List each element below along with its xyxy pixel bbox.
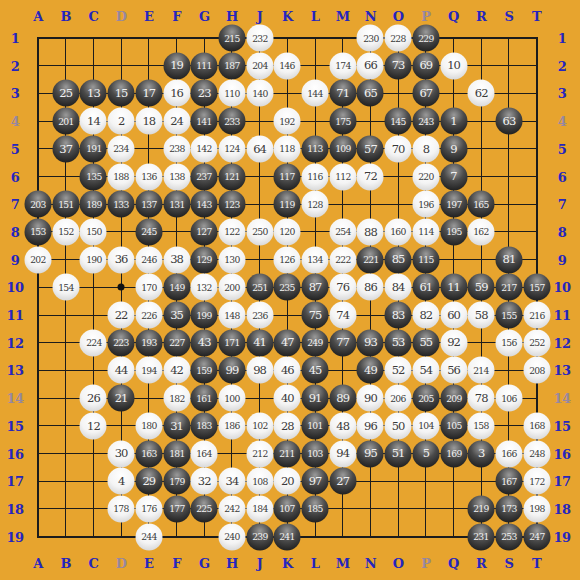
white-stone-202[interactable]: 202	[25, 246, 52, 273]
black-stone-225[interactable]: 225	[191, 495, 218, 522]
stone-move-number: 206	[390, 393, 405, 403]
white-stone-244[interactable]: 244	[135, 523, 162, 550]
black-stone-119[interactable]: 119	[274, 191, 301, 218]
black-stone-181[interactable]: 181	[163, 440, 190, 467]
black-stone-69[interactable]: 69	[412, 52, 439, 79]
go-board[interactable]: AABBCCDDEEFFGGHHJJKKLLMMNNOOPPQQRRSSTT11…	[0, 0, 580, 580]
white-stone-120[interactable]: 120	[274, 218, 301, 245]
row-label-right: 2	[558, 59, 567, 72]
white-stone-156[interactable]: 156	[495, 329, 522, 356]
white-stone-230[interactable]: 230	[357, 25, 384, 52]
black-stone-143[interactable]: 143	[191, 191, 218, 218]
white-stone-206[interactable]: 206	[385, 385, 412, 412]
white-stone-82[interactable]: 82	[412, 302, 439, 329]
white-stone-110[interactable]: 110	[218, 80, 245, 107]
black-stone-165[interactable]: 165	[468, 191, 495, 218]
white-stone-246[interactable]: 246	[135, 246, 162, 273]
white-stone-60[interactable]: 60	[440, 302, 467, 329]
black-stone-233[interactable]: 233	[218, 108, 245, 135]
white-stone-66[interactable]: 66	[357, 52, 384, 79]
black-stone-131[interactable]: 131	[163, 191, 190, 218]
black-stone-21[interactable]: 21	[108, 385, 135, 412]
black-stone-9[interactable]: 9	[440, 135, 467, 162]
white-stone-114[interactable]: 114	[412, 218, 439, 245]
black-stone-193[interactable]: 193	[135, 329, 162, 356]
black-stone-187[interactable]: 187	[218, 52, 245, 79]
black-stone-219[interactable]: 219	[468, 495, 495, 522]
white-stone-204[interactable]: 204	[246, 52, 273, 79]
black-stone-161[interactable]: 161	[191, 385, 218, 412]
black-stone-235[interactable]: 235	[274, 274, 301, 301]
white-stone-106[interactable]: 106	[495, 385, 522, 412]
black-stone-115[interactable]: 115	[412, 246, 439, 273]
white-stone-108[interactable]: 108	[246, 468, 273, 495]
white-stone-150[interactable]: 150	[80, 218, 107, 245]
stone-move-number: 84	[392, 282, 405, 294]
white-stone-182[interactable]: 182	[163, 385, 190, 412]
stone-move-number: 3	[478, 448, 484, 460]
white-stone-148[interactable]: 148	[218, 302, 245, 329]
white-stone-172[interactable]: 172	[523, 468, 550, 495]
stone-move-number: 16	[170, 88, 183, 100]
black-stone-205[interactable]: 205	[412, 385, 439, 412]
white-stone-18[interactable]: 18	[135, 108, 162, 135]
white-stone-116[interactable]: 116	[302, 163, 329, 190]
black-stone-99[interactable]: 99	[218, 357, 245, 384]
white-stone-200[interactable]: 200	[218, 274, 245, 301]
row-label-right: 14	[553, 392, 570, 405]
black-stone-37[interactable]: 37	[52, 135, 79, 162]
white-stone-228[interactable]: 228	[385, 25, 412, 52]
black-stone-223[interactable]: 223	[108, 329, 135, 356]
black-stone-231[interactable]: 231	[468, 523, 495, 550]
stone-move-number: 148	[224, 310, 239, 320]
black-stone-243[interactable]: 243	[412, 108, 439, 135]
row-label-right: 12	[553, 336, 570, 349]
black-stone-177[interactable]: 177	[163, 495, 190, 522]
black-stone-203[interactable]: 203	[25, 191, 52, 218]
white-stone-48[interactable]: 48	[329, 412, 356, 439]
black-stone-59[interactable]: 59	[468, 274, 495, 301]
stone-move-number: 177	[169, 504, 184, 514]
stone-move-number: 202	[30, 255, 45, 265]
stone-move-number: 160	[390, 227, 405, 237]
black-stone-53[interactable]: 53	[385, 329, 412, 356]
black-stone-145[interactable]: 145	[385, 108, 412, 135]
stone-move-number: 171	[224, 338, 239, 348]
white-stone-56[interactable]: 56	[440, 357, 467, 384]
black-stone-111[interactable]: 111	[191, 52, 218, 79]
white-stone-26[interactable]: 26	[80, 385, 107, 412]
white-stone-64[interactable]: 64	[246, 135, 273, 162]
stone-move-number: 98	[253, 365, 266, 377]
white-stone-216[interactable]: 216	[523, 302, 550, 329]
white-stone-52[interactable]: 52	[385, 357, 412, 384]
white-stone-208[interactable]: 208	[523, 357, 550, 384]
black-stone-101[interactable]: 101	[302, 412, 329, 439]
stone-move-number: 132	[197, 282, 212, 292]
white-stone-92[interactable]: 92	[440, 329, 467, 356]
white-stone-32[interactable]: 32	[191, 468, 218, 495]
row-label-left: 17	[6, 475, 23, 488]
white-stone-178[interactable]: 178	[108, 495, 135, 522]
white-stone-78[interactable]: 78	[468, 385, 495, 412]
white-stone-164[interactable]: 164	[191, 440, 218, 467]
black-stone-43[interactable]: 43	[191, 329, 218, 356]
stone-move-number: 165	[474, 199, 489, 209]
white-stone-70[interactable]: 70	[385, 135, 412, 162]
black-stone-17[interactable]: 17	[135, 80, 162, 107]
white-stone-166[interactable]: 166	[495, 440, 522, 467]
white-stone-180[interactable]: 180	[135, 412, 162, 439]
white-stone-226[interactable]: 226	[135, 302, 162, 329]
black-stone-159[interactable]: 159	[191, 357, 218, 384]
black-stone-31[interactable]: 31	[163, 412, 190, 439]
white-stone-36[interactable]: 36	[108, 246, 135, 273]
white-stone-122[interactable]: 122	[218, 218, 245, 245]
white-stone-222[interactable]: 222	[329, 246, 356, 273]
stone-move-number: 158	[474, 421, 489, 431]
black-stone-189[interactable]: 189	[80, 191, 107, 218]
black-stone-5[interactable]: 5	[412, 440, 439, 467]
black-stone-91[interactable]: 91	[302, 385, 329, 412]
white-stone-98[interactable]: 98	[246, 357, 273, 384]
white-stone-194[interactable]: 194	[135, 357, 162, 384]
stone-move-number: 109	[335, 144, 350, 154]
black-stone-23[interactable]: 23	[191, 80, 218, 107]
column-label-top: Q	[448, 10, 459, 23]
stone-move-number: 149	[169, 282, 184, 292]
black-stone-241[interactable]: 241	[274, 523, 301, 550]
white-stone-72[interactable]: 72	[357, 163, 384, 190]
white-stone-76[interactable]: 76	[329, 274, 356, 301]
white-stone-50[interactable]: 50	[385, 412, 412, 439]
stone-move-number: 208	[529, 365, 544, 375]
black-stone-179[interactable]: 179	[163, 468, 190, 495]
white-stone-46[interactable]: 46	[274, 357, 301, 384]
white-stone-192[interactable]: 192	[274, 108, 301, 135]
stone-move-number: 227	[169, 338, 184, 348]
white-stone-16[interactable]: 16	[163, 80, 190, 107]
black-stone-109[interactable]: 109	[329, 135, 356, 162]
stone-move-number: 200	[224, 282, 239, 292]
white-stone-220[interactable]: 220	[412, 163, 439, 190]
stone-move-number: 253	[501, 532, 516, 542]
stone-move-number: 211	[280, 449, 295, 459]
white-stone-42[interactable]: 42	[163, 357, 190, 384]
black-stone-1[interactable]: 1	[440, 108, 467, 135]
black-stone-103[interactable]: 103	[302, 440, 329, 467]
row-label-left: 11	[6, 309, 23, 322]
white-stone-90[interactable]: 90	[357, 385, 384, 412]
black-stone-61[interactable]: 61	[412, 274, 439, 301]
stone-move-number: 42	[170, 365, 183, 377]
row-label-right: 8	[558, 225, 567, 238]
row-label-right: 6	[558, 170, 567, 183]
black-stone-167[interactable]: 167	[495, 468, 522, 495]
white-stone-232[interactable]: 232	[246, 25, 273, 52]
black-stone-89[interactable]: 89	[329, 385, 356, 412]
black-stone-141[interactable]: 141	[191, 108, 218, 135]
stone-move-number: 1	[450, 115, 456, 127]
white-stone-24[interactable]: 24	[163, 108, 190, 135]
stone-move-number: 100	[224, 393, 239, 403]
black-stone-191[interactable]: 191	[80, 135, 107, 162]
black-stone-195[interactable]: 195	[440, 218, 467, 245]
black-stone-129[interactable]: 129	[191, 246, 218, 273]
white-stone-88[interactable]: 88	[357, 218, 384, 245]
black-stone-197[interactable]: 197	[440, 191, 467, 218]
black-stone-137[interactable]: 137	[135, 191, 162, 218]
white-stone-34[interactable]: 34	[218, 468, 245, 495]
black-stone-95[interactable]: 95	[357, 440, 384, 467]
white-stone-176[interactable]: 176	[135, 495, 162, 522]
white-stone-2[interactable]: 2	[108, 108, 135, 135]
white-stone-174[interactable]: 174	[329, 52, 356, 79]
stone-move-number: 146	[280, 61, 295, 71]
black-stone-113[interactable]: 113	[302, 135, 329, 162]
stone-move-number: 145	[390, 116, 405, 126]
black-stone-51[interactable]: 51	[385, 440, 412, 467]
stone-move-number: 126	[280, 255, 295, 265]
black-stone-123[interactable]: 123	[218, 191, 245, 218]
stone-move-number: 5	[423, 448, 429, 460]
white-stone-12[interactable]: 12	[80, 412, 107, 439]
stone-move-number: 159	[197, 365, 212, 375]
black-stone-163[interactable]: 163	[135, 440, 162, 467]
black-stone-3[interactable]: 3	[468, 440, 495, 467]
black-stone-149[interactable]: 149	[163, 274, 190, 301]
black-stone-75[interactable]: 75	[302, 302, 329, 329]
black-stone-55[interactable]: 55	[412, 329, 439, 356]
white-stone-104[interactable]: 104	[412, 412, 439, 439]
black-stone-153[interactable]: 153	[25, 218, 52, 245]
black-stone-135[interactable]: 135	[80, 163, 107, 190]
white-stone-100[interactable]: 100	[218, 385, 245, 412]
white-stone-124[interactable]: 124	[218, 135, 245, 162]
white-stone-4[interactable]: 4	[108, 468, 135, 495]
black-stone-169[interactable]: 169	[440, 440, 467, 467]
white-stone-158[interactable]: 158	[468, 412, 495, 439]
black-stone-247[interactable]: 247	[523, 523, 550, 550]
stone-move-number: 201	[58, 116, 73, 126]
black-stone-47[interactable]: 47	[274, 329, 301, 356]
black-stone-57[interactable]: 57	[357, 135, 384, 162]
white-stone-38[interactable]: 38	[163, 246, 190, 273]
white-stone-44[interactable]: 44	[108, 357, 135, 384]
white-stone-54[interactable]: 54	[412, 357, 439, 384]
white-stone-188[interactable]: 188	[108, 163, 135, 190]
white-stone-240[interactable]: 240	[218, 523, 245, 550]
white-stone-160[interactable]: 160	[385, 218, 412, 245]
row-label-right: 13	[553, 364, 570, 377]
black-stone-237[interactable]: 237	[191, 163, 218, 190]
black-stone-185[interactable]: 185	[302, 495, 329, 522]
white-stone-94[interactable]: 94	[329, 440, 356, 467]
black-stone-71[interactable]: 71	[329, 80, 356, 107]
black-stone-251[interactable]: 251	[246, 274, 273, 301]
white-stone-118[interactable]: 118	[274, 135, 301, 162]
black-stone-171[interactable]: 171	[218, 329, 245, 356]
white-stone-20[interactable]: 20	[274, 468, 301, 495]
white-stone-162[interactable]: 162	[468, 218, 495, 245]
white-stone-128[interactable]: 128	[302, 191, 329, 218]
black-stone-227[interactable]: 227	[163, 329, 190, 356]
white-stone-212[interactable]: 212	[246, 440, 273, 467]
white-stone-96[interactable]: 96	[357, 412, 384, 439]
black-stone-11[interactable]: 11	[440, 274, 467, 301]
white-stone-214[interactable]: 214	[468, 357, 495, 384]
white-stone-132[interactable]: 132	[191, 274, 218, 301]
white-stone-168[interactable]: 168	[523, 412, 550, 439]
black-stone-199[interactable]: 199	[191, 302, 218, 329]
stone-move-number: 245	[141, 227, 156, 237]
black-stone-15[interactable]: 15	[108, 80, 135, 107]
black-stone-155[interactable]: 155	[495, 302, 522, 329]
white-stone-40[interactable]: 40	[274, 385, 301, 412]
stone-move-number: 66	[364, 60, 377, 72]
white-stone-138[interactable]: 138	[163, 163, 190, 190]
black-stone-209[interactable]: 209	[440, 385, 467, 412]
white-stone-74[interactable]: 74	[329, 302, 356, 329]
white-stone-238[interactable]: 238	[163, 135, 190, 162]
black-stone-173[interactable]: 173	[495, 495, 522, 522]
white-stone-170[interactable]: 170	[135, 274, 162, 301]
black-stone-201[interactable]: 201	[52, 108, 79, 135]
black-stone-175[interactable]: 175	[329, 108, 356, 135]
white-stone-196[interactable]: 196	[412, 191, 439, 218]
white-stone-10[interactable]: 10	[440, 52, 467, 79]
white-stone-136[interactable]: 136	[135, 163, 162, 190]
black-stone-35[interactable]: 35	[163, 302, 190, 329]
black-stone-183[interactable]: 183	[191, 412, 218, 439]
stone-move-number: 51	[392, 448, 405, 460]
black-stone-27[interactable]: 27	[329, 468, 356, 495]
black-stone-215[interactable]: 215	[218, 25, 245, 52]
white-stone-22[interactable]: 22	[108, 302, 135, 329]
stone-move-number: 86	[364, 282, 377, 294]
stone-move-number: 181	[169, 449, 184, 459]
black-stone-97[interactable]: 97	[302, 468, 329, 495]
white-stone-142[interactable]: 142	[191, 135, 218, 162]
black-stone-85[interactable]: 85	[385, 246, 412, 273]
white-stone-242[interactable]: 242	[218, 495, 245, 522]
black-stone-67[interactable]: 67	[412, 80, 439, 107]
black-stone-121[interactable]: 121	[218, 163, 245, 190]
stone-move-number: 209	[446, 393, 461, 403]
white-stone-224[interactable]: 224	[80, 329, 107, 356]
stone-move-number: 214	[474, 365, 489, 375]
black-stone-229[interactable]: 229	[412, 25, 439, 52]
column-label-top: E	[144, 10, 153, 23]
white-stone-250[interactable]: 250	[246, 218, 273, 245]
white-stone-134[interactable]: 134	[302, 246, 329, 273]
white-stone-102[interactable]: 102	[246, 412, 273, 439]
column-label-bottom: T	[532, 557, 541, 570]
white-stone-190[interactable]: 190	[80, 246, 107, 273]
white-stone-254[interactable]: 254	[329, 218, 356, 245]
black-stone-7[interactable]: 7	[440, 163, 467, 190]
white-stone-14[interactable]: 14	[80, 108, 107, 135]
white-stone-152[interactable]: 152	[52, 218, 79, 245]
black-stone-87[interactable]: 87	[302, 274, 329, 301]
black-stone-29[interactable]: 29	[135, 468, 162, 495]
black-stone-83[interactable]: 83	[385, 302, 412, 329]
stone-move-number: 173	[501, 504, 516, 514]
black-stone-81[interactable]: 81	[495, 246, 522, 273]
white-stone-184[interactable]: 184	[246, 495, 273, 522]
black-stone-127[interactable]: 127	[191, 218, 218, 245]
white-stone-236[interactable]: 236	[246, 302, 273, 329]
black-stone-249[interactable]: 249	[302, 329, 329, 356]
black-stone-19[interactable]: 19	[163, 52, 190, 79]
white-stone-62[interactable]: 62	[468, 80, 495, 107]
black-stone-107[interactable]: 107	[274, 495, 301, 522]
row-label-right: 1	[558, 32, 567, 45]
black-stone-151[interactable]: 151	[52, 191, 79, 218]
white-stone-140[interactable]: 140	[246, 80, 273, 107]
black-stone-245[interactable]: 245	[135, 218, 162, 245]
white-stone-154[interactable]: 154	[52, 274, 79, 301]
black-stone-77[interactable]: 77	[329, 329, 356, 356]
black-stone-49[interactable]: 49	[357, 357, 384, 384]
white-stone-84[interactable]: 84	[385, 274, 412, 301]
white-stone-130[interactable]: 130	[218, 246, 245, 273]
black-stone-25[interactable]: 25	[52, 80, 79, 107]
black-stone-221[interactable]: 221	[357, 246, 384, 273]
black-stone-211[interactable]: 211	[274, 440, 301, 467]
white-stone-86[interactable]: 86	[357, 274, 384, 301]
stone-move-number: 25	[59, 88, 72, 100]
white-stone-146[interactable]: 146	[274, 52, 301, 79]
stone-move-number: 4	[118, 475, 124, 487]
stone-move-number: 63	[503, 115, 516, 127]
black-stone-217[interactable]: 217	[495, 274, 522, 301]
black-stone-133[interactable]: 133	[108, 191, 135, 218]
white-stone-112[interactable]: 112	[329, 163, 356, 190]
black-stone-63[interactable]: 63	[495, 108, 522, 135]
black-stone-13[interactable]: 13	[80, 80, 107, 107]
black-stone-239[interactable]: 239	[246, 523, 273, 550]
black-stone-105[interactable]: 105	[440, 412, 467, 439]
white-stone-30[interactable]: 30	[108, 440, 135, 467]
black-stone-65[interactable]: 65	[357, 80, 384, 107]
white-stone-248[interactable]: 248	[523, 440, 550, 467]
black-stone-45[interactable]: 45	[302, 357, 329, 384]
white-stone-186[interactable]: 186	[218, 412, 245, 439]
stone-move-number: 119	[280, 199, 295, 209]
black-stone-41[interactable]: 41	[246, 329, 273, 356]
row-label-right: 9	[558, 253, 567, 266]
column-label-bottom: Q	[448, 557, 459, 570]
stone-move-number: 240	[224, 532, 239, 542]
black-stone-157[interactable]: 157	[523, 274, 550, 301]
white-stone-252[interactable]: 252	[523, 329, 550, 356]
column-label-top: G	[199, 10, 210, 23]
white-stone-198[interactable]: 198	[523, 495, 550, 522]
black-stone-93[interactable]: 93	[357, 329, 384, 356]
white-stone-58[interactable]: 58	[468, 302, 495, 329]
white-stone-234[interactable]: 234	[108, 135, 135, 162]
white-stone-126[interactable]: 126	[274, 246, 301, 273]
white-stone-8[interactable]: 8	[412, 135, 439, 162]
white-stone-28[interactable]: 28	[274, 412, 301, 439]
black-stone-253[interactable]: 253	[495, 523, 522, 550]
black-stone-73[interactable]: 73	[385, 52, 412, 79]
stone-move-number: 157	[529, 282, 544, 292]
black-stone-117[interactable]: 117	[274, 163, 301, 190]
white-stone-144[interactable]: 144	[302, 80, 329, 107]
